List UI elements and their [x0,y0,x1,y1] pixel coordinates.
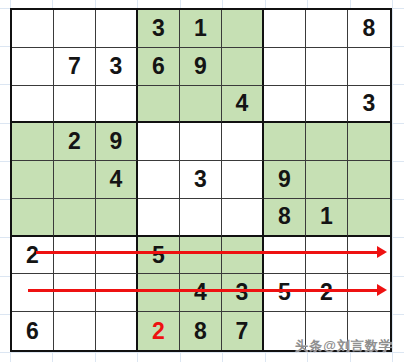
cell-r4c5[interactable] [180,123,222,161]
cell-r1c3[interactable] [96,10,138,48]
cell-r2c8[interactable] [306,48,348,86]
cell-r7c3[interactable] [96,237,138,275]
cell-r9c4[interactable]: 2 [138,312,180,350]
cell-r6c3[interactable] [96,199,138,237]
cell-r7c4[interactable]: 5 [138,237,180,275]
red-arrow-row7 [36,251,378,254]
cell-r8c4[interactable] [138,274,180,312]
cell-r3c7[interactable] [264,86,306,124]
cell-r2c3[interactable]: 3 [96,48,138,86]
cell-r6c2[interactable] [54,199,96,237]
cell-r8c7[interactable]: 5 [264,274,306,312]
cell-r1c2[interactable] [54,10,96,48]
cell-r6c1[interactable] [12,199,54,237]
cell-r7c5[interactable] [180,237,222,275]
cell-r8c6[interactable]: 3 [222,274,264,312]
cell-r3c5[interactable] [180,86,222,124]
sudoku-board: 31873694329439812543526287 [10,8,392,352]
red-arrow-row8 [28,289,378,292]
cell-r4c1[interactable] [12,123,54,161]
cell-r9c2[interactable] [54,312,96,350]
cell-r5c9[interactable] [348,161,390,199]
cell-r3c4[interactable] [138,86,180,124]
cell-r9c1[interactable]: 6 [12,312,54,350]
cell-r8c3[interactable] [96,274,138,312]
cell-r1c6[interactable] [222,10,264,48]
cell-r4c7[interactable] [264,123,306,161]
gridline-vertical [392,0,393,362]
cell-r6c4[interactable] [138,199,180,237]
cell-r6c6[interactable] [222,199,264,237]
cell-r3c8[interactable] [306,86,348,124]
cell-r1c1[interactable] [12,10,54,48]
cell-r3c9[interactable]: 3 [348,86,390,124]
cell-r5c5[interactable]: 3 [180,161,222,199]
cell-r5c7[interactable]: 9 [264,161,306,199]
cell-r3c2[interactable] [54,86,96,124]
cell-r5c2[interactable] [54,161,96,199]
cell-r2c9[interactable] [348,48,390,86]
cell-r5c3[interactable]: 4 [96,161,138,199]
cell-r2c5[interactable]: 9 [180,48,222,86]
watermark-text: 头条@刘言数学 [295,337,393,355]
cell-r1c4[interactable]: 3 [138,10,180,48]
cell-r9c6[interactable]: 7 [222,312,264,350]
cell-r8c1[interactable] [12,274,54,312]
cell-r4c9[interactable] [348,123,390,161]
cell-r6c5[interactable] [180,199,222,237]
cell-r3c1[interactable] [12,86,54,124]
cell-r1c8[interactable] [306,10,348,48]
cell-r8c5[interactable]: 4 [180,274,222,312]
cell-r9c5[interactable]: 8 [180,312,222,350]
cell-r1c5[interactable]: 1 [180,10,222,48]
cell-r4c8[interactable] [306,123,348,161]
cell-r7c8[interactable] [306,237,348,275]
cell-r6c9[interactable] [348,199,390,237]
cell-r4c2[interactable]: 2 [54,123,96,161]
cell-r1c9[interactable]: 8 [348,10,390,48]
cell-r8c8[interactable]: 2 [306,274,348,312]
cell-r7c2[interactable] [54,237,96,275]
cell-r7c7[interactable] [264,237,306,275]
cell-r7c6[interactable] [222,237,264,275]
cell-r6c7[interactable]: 8 [264,199,306,237]
cell-r5c8[interactable] [306,161,348,199]
cell-r7c1[interactable]: 2 [12,237,54,275]
sudoku-screenshot: 31873694329439812543526287 头条@刘言数学 [0,0,404,362]
cell-r2c2[interactable]: 7 [54,48,96,86]
cell-r1c7[interactable] [264,10,306,48]
cell-r2c6[interactable] [222,48,264,86]
cell-r5c1[interactable] [12,161,54,199]
cell-r4c6[interactable] [222,123,264,161]
cell-r9c3[interactable] [96,312,138,350]
cell-r2c4[interactable]: 6 [138,48,180,86]
cell-r2c7[interactable] [264,48,306,86]
cell-r5c6[interactable] [222,161,264,199]
cell-r4c3[interactable]: 9 [96,123,138,161]
cell-r6c8[interactable]: 1 [306,199,348,237]
cell-r8c2[interactable] [54,274,96,312]
cell-r3c6[interactable]: 4 [222,86,264,124]
cell-r2c1[interactable] [12,48,54,86]
cell-r4c4[interactable] [138,123,180,161]
cell-r5c4[interactable] [138,161,180,199]
cell-r3c3[interactable] [96,86,138,124]
